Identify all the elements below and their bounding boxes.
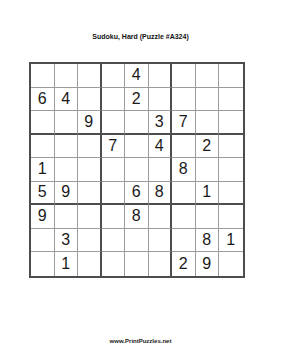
cell-r4c8-given-2[interactable]: 2: [196, 135, 220, 159]
cell-r4c7[interactable]: [172, 135, 196, 159]
cell-r3c5[interactable]: [125, 111, 149, 135]
cell-r6c1-given-5[interactable]: 5: [31, 182, 55, 206]
cell-r4c1[interactable]: [31, 135, 55, 159]
cell-r8c2-given-3[interactable]: 3: [55, 229, 79, 253]
cell-r6c4[interactable]: [102, 182, 126, 206]
cell-r8c4[interactable]: [102, 229, 126, 253]
cell-r7c9[interactable]: [219, 205, 243, 229]
cell-r3c4[interactable]: [102, 111, 126, 135]
cell-r4c4-given-7[interactable]: 7: [102, 135, 126, 159]
cell-r5c5[interactable]: [125, 158, 149, 182]
cell-r9c8-given-9[interactable]: 9: [196, 252, 220, 276]
cell-r9c7-given-2[interactable]: 2: [172, 252, 196, 276]
cell-r5c7-given-8[interactable]: 8: [172, 158, 196, 182]
cell-r6c9[interactable]: [219, 182, 243, 206]
cell-r9c4[interactable]: [102, 252, 126, 276]
cell-r7c8[interactable]: [196, 205, 220, 229]
cell-r8c1[interactable]: [31, 229, 55, 253]
cell-r8c9-given-1[interactable]: 1: [219, 229, 243, 253]
cell-r3c9[interactable]: [219, 111, 243, 135]
cell-r5c8[interactable]: [196, 158, 220, 182]
cell-r6c8-given-1[interactable]: 1: [196, 182, 220, 206]
cell-r9c9[interactable]: [219, 252, 243, 276]
cell-r2c6[interactable]: [149, 88, 173, 112]
cell-r2c3[interactable]: [78, 88, 102, 112]
cell-r5c3[interactable]: [78, 158, 102, 182]
cell-r6c2-given-9[interactable]: 9: [55, 182, 79, 206]
cell-r8c6[interactable]: [149, 229, 173, 253]
cell-r3c2[interactable]: [55, 111, 79, 135]
cell-r7c6[interactable]: [149, 205, 173, 229]
cell-r8c7[interactable]: [172, 229, 196, 253]
cell-r6c3[interactable]: [78, 182, 102, 206]
cell-r7c3[interactable]: [78, 205, 102, 229]
cell-r6c5-given-6[interactable]: 6: [125, 182, 149, 206]
cell-r9c5[interactable]: [125, 252, 149, 276]
cell-r2c9[interactable]: [219, 88, 243, 112]
cell-r1c3[interactable]: [78, 64, 102, 88]
cell-r3c6-given-3[interactable]: 3: [149, 111, 173, 135]
cell-r1c9[interactable]: [219, 64, 243, 88]
cell-r7c7[interactable]: [172, 205, 196, 229]
cell-r2c5-given-2[interactable]: 2: [125, 88, 149, 112]
cell-r6c7[interactable]: [172, 182, 196, 206]
cell-r4c5[interactable]: [125, 135, 149, 159]
cell-r1c5-given-4[interactable]: 4: [125, 64, 149, 88]
cell-r2c8[interactable]: [196, 88, 220, 112]
cell-r4c3[interactable]: [78, 135, 102, 159]
cell-r7c2[interactable]: [55, 205, 79, 229]
cell-r2c1-given-6[interactable]: 6: [31, 88, 55, 112]
cell-r9c2-given-1[interactable]: 1: [55, 252, 79, 276]
cell-r6c6-given-8[interactable]: 8: [149, 182, 173, 206]
cell-r9c1[interactable]: [31, 252, 55, 276]
cell-r8c3[interactable]: [78, 229, 102, 253]
cell-r9c3[interactable]: [78, 252, 102, 276]
cell-r2c7[interactable]: [172, 88, 196, 112]
cell-r1c1[interactable]: [31, 64, 55, 88]
puzzle-page: Sudoku, Hard (Puzzle #A324) 464293774218…: [0, 0, 281, 363]
cell-r3c8[interactable]: [196, 111, 220, 135]
cell-r1c8[interactable]: [196, 64, 220, 88]
cell-r5c9[interactable]: [219, 158, 243, 182]
cell-r2c4[interactable]: [102, 88, 126, 112]
site-watermark: www.PrintPuzzles.net: [0, 338, 281, 344]
cell-r4c2[interactable]: [55, 135, 79, 159]
cell-r4c9[interactable]: [219, 135, 243, 159]
cell-r7c1-given-9[interactable]: 9: [31, 205, 55, 229]
cell-r5c6[interactable]: [149, 158, 173, 182]
cell-r5c4[interactable]: [102, 158, 126, 182]
cell-r3c3-given-9[interactable]: 9: [78, 111, 102, 135]
cell-r3c1[interactable]: [31, 111, 55, 135]
puzzle-title: Sudoku, Hard (Puzzle #A324): [0, 33, 281, 40]
cell-r7c5-given-8[interactable]: 8: [125, 205, 149, 229]
cell-r8c5[interactable]: [125, 229, 149, 253]
cell-r1c4[interactable]: [102, 64, 126, 88]
cell-r3c7-given-7[interactable]: 7: [172, 111, 196, 135]
cell-r5c1-given-1[interactable]: 1: [31, 158, 55, 182]
cell-r4c6-given-4[interactable]: 4: [149, 135, 173, 159]
cell-r2c2-given-4[interactable]: 4: [55, 88, 79, 112]
cell-r1c7[interactable]: [172, 64, 196, 88]
sudoku-grid: 4642937742185968198381129: [29, 62, 245, 278]
cell-r5c2[interactable]: [55, 158, 79, 182]
cell-r1c2[interactable]: [55, 64, 79, 88]
cell-r9c6[interactable]: [149, 252, 173, 276]
cell-r8c8-given-8[interactable]: 8: [196, 229, 220, 253]
cell-r1c6[interactable]: [149, 64, 173, 88]
cell-r7c4[interactable]: [102, 205, 126, 229]
